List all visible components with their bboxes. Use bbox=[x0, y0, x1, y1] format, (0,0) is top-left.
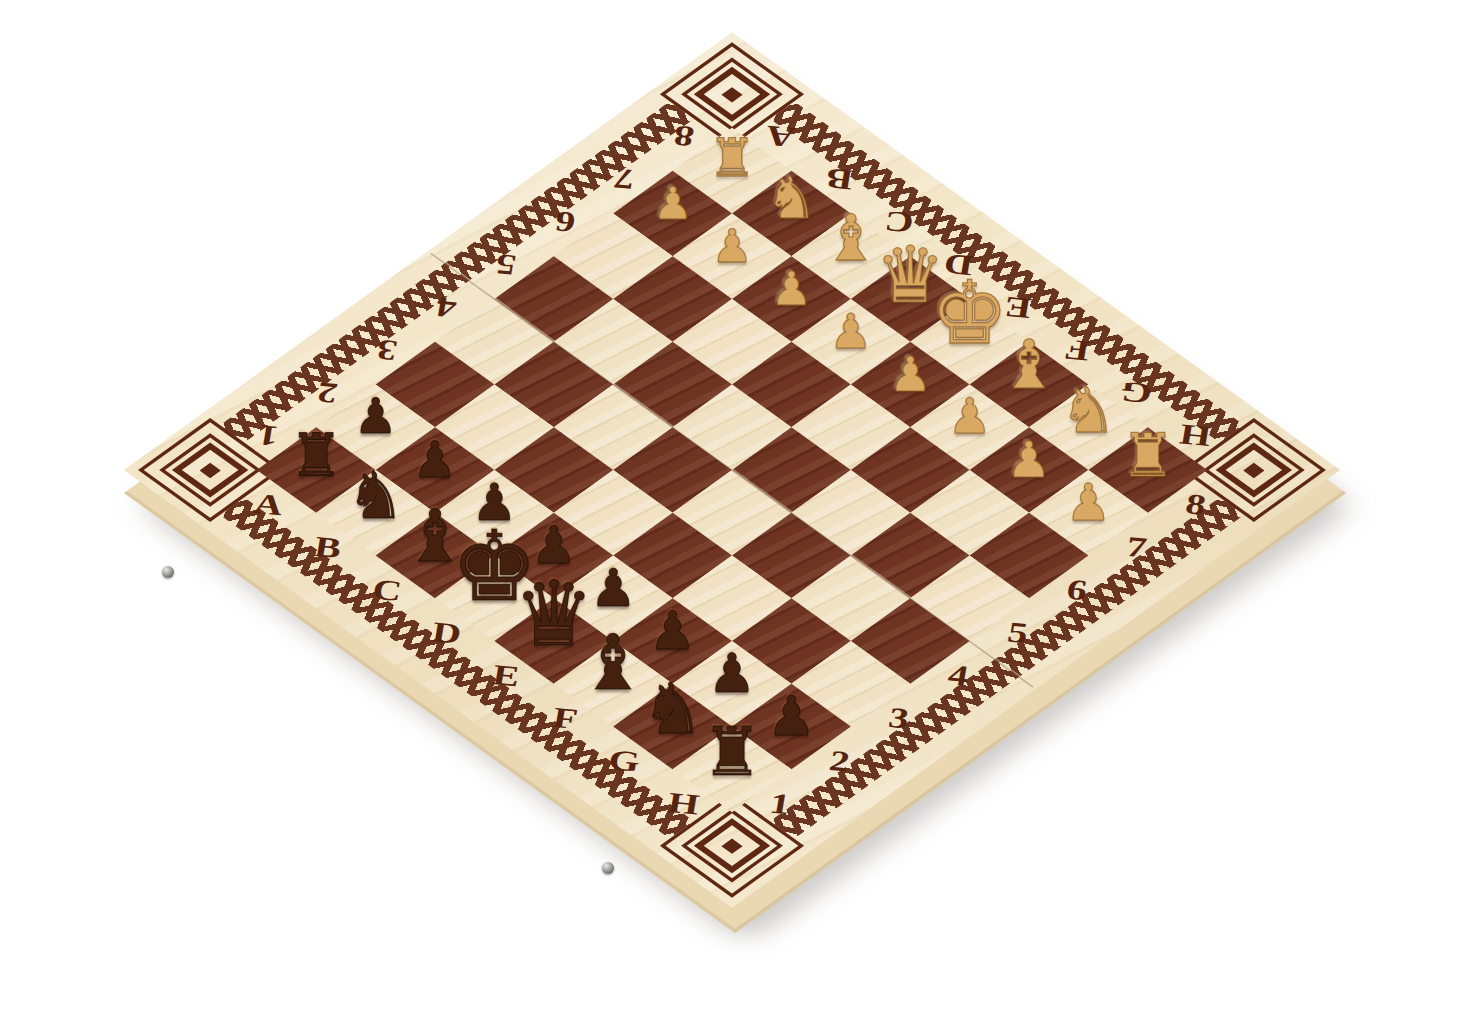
dark-rook-a1[interactable]: ♜ bbox=[289, 427, 343, 484]
light-king-e8[interactable]: ♚ bbox=[931, 272, 1009, 355]
dark-pawn-f2[interactable]: ♟ bbox=[649, 606, 697, 656]
light-bishop-f8[interactable]: ♝ bbox=[999, 333, 1060, 398]
dark-pawn-g2[interactable]: ♟ bbox=[708, 648, 756, 699]
light-pawn-d7[interactable]: ♟ bbox=[829, 309, 872, 355]
dark-knight-g1[interactable]: ♞ bbox=[641, 676, 704, 743]
dark-pawn-b2[interactable]: ♟ bbox=[413, 437, 458, 485]
light-knight-g8[interactable]: ♞ bbox=[1060, 381, 1116, 441]
light-pawn-a7[interactable]: ♟ bbox=[652, 183, 692, 226]
light-pawn-g7[interactable]: ♟ bbox=[1007, 437, 1052, 485]
light-knight-b8[interactable]: ♞ bbox=[765, 171, 817, 226]
dark-pawn-e2[interactable]: ♟ bbox=[590, 564, 637, 613]
product-photo-stage: ABCDEFGH ABCDEFGH 87654321 87654321 ♜♞♟♝… bbox=[0, 0, 1462, 1024]
dark-knight-b1[interactable]: ♞ bbox=[346, 465, 404, 527]
dark-rook-h1[interactable]: ♜ bbox=[702, 721, 762, 785]
metal-pin-icon bbox=[162, 566, 174, 578]
metal-pin-icon bbox=[602, 862, 614, 874]
light-bishop-c8[interactable]: ♝ bbox=[822, 208, 879, 269]
light-pawn-f7[interactable]: ♟ bbox=[948, 394, 992, 441]
light-rook-a8[interactable]: ♜ bbox=[708, 133, 756, 183]
dark-pawn-h2[interactable]: ♟ bbox=[767, 690, 816, 742]
dark-bishop-f1[interactable]: ♝ bbox=[579, 627, 647, 699]
light-pawn-e7[interactable]: ♟ bbox=[889, 352, 932, 398]
light-pawn-b7[interactable]: ♟ bbox=[711, 225, 752, 269]
light-pawn-h7[interactable]: ♟ bbox=[1066, 479, 1112, 527]
light-pawn-c7[interactable]: ♟ bbox=[770, 267, 812, 312]
light-rook-h8[interactable]: ♜ bbox=[1121, 427, 1175, 484]
dark-pawn-a2[interactable]: ♟ bbox=[354, 394, 398, 441]
